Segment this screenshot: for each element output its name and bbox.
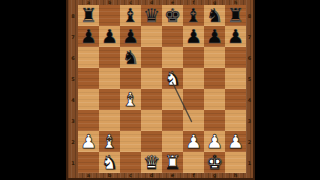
- square-e2[interactable]: [162, 131, 183, 152]
- square-b1[interactable]: ♞: [99, 152, 120, 173]
- white-bishop-b2: ♝: [101, 132, 118, 151]
- square-f4[interactable]: [183, 89, 204, 110]
- square-f8[interactable]: ♝: [183, 5, 204, 26]
- white-knight-e5: ♞: [164, 69, 181, 88]
- rank-label-4: 4: [68, 89, 78, 110]
- rank-label-2: 2: [246, 131, 253, 152]
- square-e5[interactable]: ♞: [162, 68, 183, 89]
- square-f6[interactable]: [183, 47, 204, 68]
- square-c1[interactable]: [120, 152, 141, 173]
- square-f7[interactable]: ♟: [183, 26, 204, 47]
- square-e3[interactable]: [162, 110, 183, 131]
- rank-label-5: 5: [246, 68, 253, 89]
- black-pawn-a7: ♟: [80, 27, 97, 46]
- file-label-a: a: [78, 173, 99, 178]
- rank-label-8: 8: [68, 5, 78, 26]
- square-a8[interactable]: ♜: [78, 5, 99, 26]
- square-g1[interactable]: ♚: [204, 152, 225, 173]
- rank-label-8: 8: [246, 5, 253, 26]
- black-bishop-f8: ♝: [185, 6, 202, 25]
- square-h2[interactable]: ♟: [225, 131, 246, 152]
- white-pawn-h2: ♟: [227, 132, 244, 151]
- rank-label-4: 4: [246, 89, 253, 110]
- black-bishop-c8: ♝: [122, 6, 139, 25]
- square-g2[interactable]: ♟: [204, 131, 225, 152]
- rank-label-1: 1: [246, 152, 253, 173]
- square-h3[interactable]: [225, 110, 246, 131]
- white-pawn-a2: ♟: [80, 132, 97, 151]
- square-h8[interactable]: ♜: [225, 5, 246, 26]
- square-a3[interactable]: [78, 110, 99, 131]
- black-pawn-f7: ♟: [185, 27, 202, 46]
- white-king-g1: ♚: [206, 153, 223, 172]
- square-h6[interactable]: [225, 47, 246, 68]
- black-pawn-c7: ♟: [122, 27, 139, 46]
- square-c5[interactable]: [120, 68, 141, 89]
- square-c6[interactable]: ♞: [120, 47, 141, 68]
- file-label-h: h: [225, 173, 246, 178]
- rank-label-6: 6: [246, 47, 253, 68]
- file-label-c: c: [120, 173, 141, 178]
- black-knight-g8: ♞: [206, 6, 223, 25]
- rank-label-2: 2: [68, 131, 78, 152]
- rank-label-7: 7: [246, 26, 253, 47]
- square-e6[interactable]: [162, 47, 183, 68]
- square-b7[interactable]: ♟: [99, 26, 120, 47]
- square-e8[interactable]: ♚: [162, 5, 183, 26]
- rank-labels-right: 87654321: [246, 5, 253, 173]
- file-label-g: g: [204, 173, 225, 178]
- black-pawn-b7: ♟: [101, 27, 118, 46]
- square-g4[interactable]: [204, 89, 225, 110]
- square-f2[interactable]: ♟: [183, 131, 204, 152]
- file-label-b: b: [99, 173, 120, 178]
- square-b8[interactable]: [99, 5, 120, 26]
- square-d1[interactable]: ♛: [141, 152, 162, 173]
- square-d5[interactable]: [141, 68, 162, 89]
- rank-label-3: 3: [68, 110, 78, 131]
- square-d2[interactable]: [141, 131, 162, 152]
- square-h1[interactable]: [225, 152, 246, 173]
- square-h7[interactable]: ♟: [225, 26, 246, 47]
- square-a2[interactable]: ♟: [78, 131, 99, 152]
- video-frame: abcdefgh 87654321 87654321 abcdefgh ♜♝♛♚…: [0, 0, 320, 180]
- white-rook-e1: ♜: [164, 153, 181, 172]
- file-labels-bottom: abcdefgh: [78, 173, 246, 178]
- square-h4[interactable]: [225, 89, 246, 110]
- file-label-e: e: [162, 173, 183, 178]
- square-e7[interactable]: [162, 26, 183, 47]
- rank-labels-left: 87654321: [68, 5, 78, 173]
- white-queen-d1: ♛: [143, 153, 160, 172]
- square-h5[interactable]: [225, 68, 246, 89]
- black-queen-d8: ♛: [143, 6, 160, 25]
- letterbox-right: [255, 0, 320, 180]
- square-b2[interactable]: ♝: [99, 131, 120, 152]
- black-knight-c6: ♞: [122, 48, 139, 67]
- square-b4[interactable]: [99, 89, 120, 110]
- square-b6[interactable]: [99, 47, 120, 68]
- square-d3[interactable]: [141, 110, 162, 131]
- black-rook-h8: ♜: [227, 6, 244, 25]
- rank-label-3: 3: [246, 110, 253, 131]
- square-a5[interactable]: [78, 68, 99, 89]
- square-g6[interactable]: [204, 47, 225, 68]
- rank-label-5: 5: [68, 68, 78, 89]
- square-c2[interactable]: [120, 131, 141, 152]
- square-g7[interactable]: ♟: [204, 26, 225, 47]
- square-d7[interactable]: [141, 26, 162, 47]
- square-f1[interactable]: [183, 152, 204, 173]
- square-g3[interactable]: [204, 110, 225, 131]
- black-king-e8: ♚: [164, 6, 181, 25]
- square-d6[interactable]: [141, 47, 162, 68]
- square-c4[interactable]: ♝: [120, 89, 141, 110]
- square-a1[interactable]: [78, 152, 99, 173]
- square-a7[interactable]: ♟: [78, 26, 99, 47]
- file-label-f: f: [183, 173, 204, 178]
- board-squares: ♜♝♛♚♝♞♜♟♟♟♟♟♟♞♞♝♟♝♟♟♟♞♛♜♚: [78, 5, 246, 173]
- rank-label-7: 7: [68, 26, 78, 47]
- square-a6[interactable]: [78, 47, 99, 68]
- square-f5[interactable]: [183, 68, 204, 89]
- square-b3[interactable]: [99, 110, 120, 131]
- black-pawn-g7: ♟: [206, 27, 223, 46]
- square-g5[interactable]: [204, 68, 225, 89]
- letterbox-left: [0, 0, 66, 180]
- square-c8[interactable]: ♝: [120, 5, 141, 26]
- square-d4[interactable]: [141, 89, 162, 110]
- square-c3[interactable]: [120, 110, 141, 131]
- square-e4[interactable]: [162, 89, 183, 110]
- white-knight-b1: ♞: [101, 153, 118, 172]
- square-b5[interactable]: [99, 68, 120, 89]
- chess-board: abcdefgh 87654321 87654321 abcdefgh ♜♝♛♚…: [66, 0, 255, 180]
- white-pawn-f2: ♟: [185, 132, 202, 151]
- white-pawn-g2: ♟: [206, 132, 223, 151]
- white-bishop-c4: ♝: [122, 90, 139, 109]
- rank-label-6: 6: [68, 47, 78, 68]
- file-label-d: d: [141, 173, 162, 178]
- square-f3[interactable]: [183, 110, 204, 131]
- rank-label-1: 1: [68, 152, 78, 173]
- black-rook-a8: ♜: [80, 6, 97, 25]
- square-d8[interactable]: ♛: [141, 5, 162, 26]
- square-a4[interactable]: [78, 89, 99, 110]
- square-e1[interactable]: ♜: [162, 152, 183, 173]
- square-c7[interactable]: ♟: [120, 26, 141, 47]
- black-pawn-h7: ♟: [227, 27, 244, 46]
- square-g8[interactable]: ♞: [204, 5, 225, 26]
